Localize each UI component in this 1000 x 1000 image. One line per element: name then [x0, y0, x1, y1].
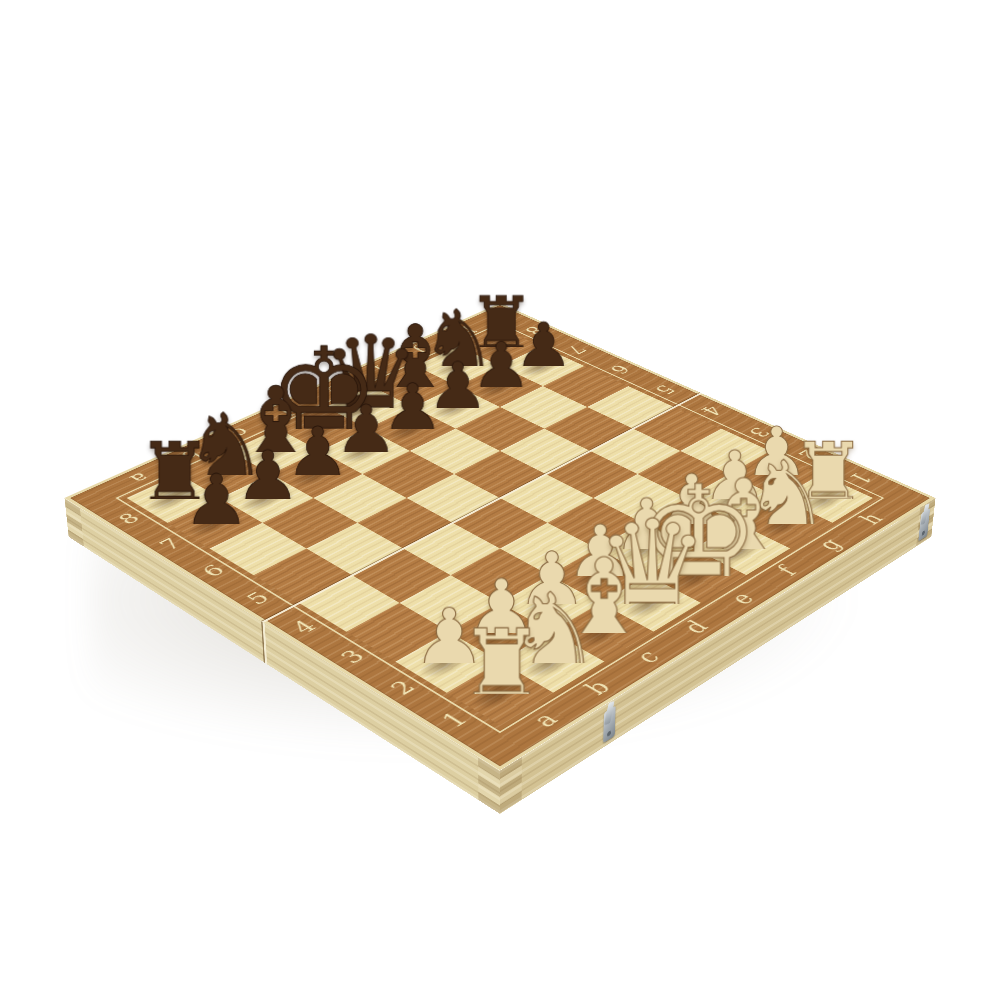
piece-glyph: ♜ — [414, 595, 590, 693]
black-pawn-a7[interactable]: ♟ — [167, 498, 262, 549]
scene: 87654321 87654321 abcdefgh abcdefgh ♜♞♝♚… — [0, 0, 1000, 1000]
box-fold-seam — [261, 621, 267, 664]
white-rook-a1[interactable]: ♜ — [447, 662, 554, 726]
piece-glyph: ♟ — [138, 448, 295, 523]
latch-icon — [603, 705, 615, 743]
